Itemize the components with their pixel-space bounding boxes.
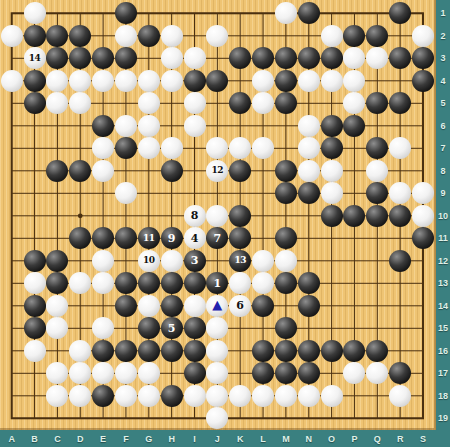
black-stone	[229, 205, 251, 227]
row-label-11: 11	[438, 233, 448, 243]
white-stone	[184, 385, 206, 407]
white-stone	[161, 250, 183, 272]
black-stone	[161, 160, 183, 182]
white-stone	[138, 92, 160, 114]
black-stone	[24, 295, 46, 317]
white-stone	[161, 25, 183, 47]
row-label-16: 16	[438, 346, 448, 356]
white-stone	[184, 295, 206, 317]
black-stone	[412, 70, 434, 92]
white-stone	[298, 137, 320, 159]
move-number-label: 4	[191, 233, 199, 244]
move-number-label: 13	[234, 256, 246, 265]
black-stone: 3	[184, 250, 206, 272]
black-stone	[321, 205, 343, 227]
white-stone	[24, 2, 46, 24]
white-stone	[1, 70, 23, 92]
black-stone	[389, 250, 411, 272]
black-stone	[298, 272, 320, 294]
white-stone	[252, 70, 274, 92]
column-label-G: G	[145, 434, 152, 444]
black-stone	[275, 70, 297, 92]
black-stone	[92, 385, 114, 407]
white-stone: ▲	[206, 295, 228, 317]
column-label-S: S	[420, 434, 426, 444]
white-stone	[321, 70, 343, 92]
row-label-6: 6	[440, 121, 445, 131]
row-label-8: 8	[440, 166, 445, 176]
white-stone	[321, 25, 343, 47]
black-stone: 11	[138, 227, 160, 249]
black-stone	[138, 317, 160, 339]
white-stone	[206, 25, 228, 47]
column-label-K: K	[237, 434, 244, 444]
black-stone	[298, 47, 320, 69]
black-stone	[161, 272, 183, 294]
white-stone	[366, 160, 388, 182]
black-stone	[138, 340, 160, 362]
black-stone	[184, 362, 206, 384]
white-stone	[161, 47, 183, 69]
row-label-1: 1	[440, 8, 445, 18]
white-stone	[275, 250, 297, 272]
move-number-label: 1	[214, 278, 222, 289]
move-number-label: 11	[143, 234, 155, 243]
black-stone	[275, 160, 297, 182]
black-stone	[229, 160, 251, 182]
black-stone	[92, 340, 114, 362]
move-number-label: 6	[236, 300, 244, 311]
move-number-label: 3	[191, 255, 199, 266]
black-stone	[298, 2, 320, 24]
row-label-13: 13	[438, 278, 448, 288]
column-label-Q: Q	[374, 434, 381, 444]
black-stone	[138, 272, 160, 294]
white-stone	[24, 272, 46, 294]
white-stone	[115, 25, 137, 47]
row-label-14: 14	[438, 301, 448, 311]
white-stone	[115, 115, 137, 137]
black-stone	[389, 205, 411, 227]
column-label-A: A	[8, 434, 15, 444]
column-coordinate-strip: ABCDEFGHIJKLMNOPQRS	[0, 430, 450, 447]
move-number-label: 10	[143, 256, 155, 265]
white-stone	[1, 25, 23, 47]
row-label-19: 19	[438, 413, 448, 423]
white-stone	[92, 70, 114, 92]
column-label-N: N	[306, 434, 313, 444]
move-number-label: 8	[191, 210, 199, 221]
black-stone	[298, 362, 320, 384]
black-stone	[184, 317, 206, 339]
white-stone	[138, 362, 160, 384]
white-stone	[69, 385, 91, 407]
white-stone	[138, 295, 160, 317]
black-stone	[366, 340, 388, 362]
go-board[interactable]: 1412811947103131▲65	[0, 0, 436, 430]
white-stone	[252, 250, 274, 272]
white-stone: 14	[24, 47, 46, 69]
row-label-5: 5	[440, 98, 445, 108]
white-stone	[184, 115, 206, 137]
black-stone	[69, 160, 91, 182]
black-stone	[161, 385, 183, 407]
move-number-label: 7	[214, 233, 222, 244]
black-stone	[24, 70, 46, 92]
column-label-F: F	[123, 434, 129, 444]
black-stone	[161, 340, 183, 362]
white-stone	[92, 250, 114, 272]
white-stone	[206, 385, 228, 407]
white-stone: 8	[184, 205, 206, 227]
column-label-J: J	[215, 434, 220, 444]
star-point	[78, 213, 83, 218]
black-stone	[366, 205, 388, 227]
black-stone	[24, 92, 46, 114]
row-label-17: 17	[438, 368, 448, 378]
row-label-12: 12	[438, 256, 448, 266]
row-label-18: 18	[438, 391, 448, 401]
row-label-10: 10	[438, 211, 448, 221]
white-stone	[206, 205, 228, 227]
move-number-label: 5	[168, 323, 176, 334]
row-label-15: 15	[438, 323, 448, 333]
triangle-marker: ▲	[212, 298, 222, 311]
black-stone	[321, 115, 343, 137]
white-stone: 6	[229, 295, 251, 317]
black-stone	[321, 340, 343, 362]
black-stone	[252, 295, 274, 317]
white-stone	[412, 25, 434, 47]
black-stone	[69, 25, 91, 47]
black-stone	[92, 115, 114, 137]
white-stone	[298, 385, 320, 407]
column-label-H: H	[168, 434, 175, 444]
white-stone	[138, 115, 160, 137]
row-label-7: 7	[440, 143, 445, 153]
column-label-M: M	[282, 434, 290, 444]
row-label-2: 2	[440, 31, 445, 41]
white-stone	[275, 385, 297, 407]
white-stone	[161, 70, 183, 92]
column-label-R: R	[397, 434, 404, 444]
white-stone	[298, 70, 320, 92]
white-stone	[389, 385, 411, 407]
black-stone	[275, 340, 297, 362]
move-number-label: 14	[29, 54, 41, 63]
black-stone	[298, 295, 320, 317]
white-stone	[161, 137, 183, 159]
black-stone	[184, 340, 206, 362]
black-stone	[161, 295, 183, 317]
black-stone	[206, 70, 228, 92]
black-stone	[115, 340, 137, 362]
move-number-label: 12	[212, 166, 224, 175]
go-game-screenshot: 1412811947103131▲65 12345678910111213141…	[0, 0, 450, 447]
column-label-P: P	[351, 434, 357, 444]
white-stone	[24, 340, 46, 362]
black-stone: 9	[161, 227, 183, 249]
black-stone	[321, 137, 343, 159]
white-stone	[298, 160, 320, 182]
move-number-label: 9	[168, 233, 176, 244]
white-stone	[69, 70, 91, 92]
black-stone	[24, 25, 46, 47]
white-stone	[184, 47, 206, 69]
white-stone	[138, 385, 160, 407]
column-label-E: E	[100, 434, 106, 444]
black-stone	[184, 272, 206, 294]
white-stone	[115, 70, 137, 92]
white-stone	[138, 70, 160, 92]
column-label-O: O	[328, 434, 335, 444]
white-stone	[412, 205, 434, 227]
white-stone	[115, 385, 137, 407]
black-stone: 5	[161, 317, 183, 339]
white-stone	[298, 115, 320, 137]
white-stone: 12	[206, 160, 228, 182]
white-stone: 10	[138, 250, 160, 272]
black-stone	[321, 47, 343, 69]
black-stone	[366, 25, 388, 47]
white-stone	[321, 182, 343, 204]
black-stone	[252, 340, 274, 362]
black-stone	[298, 340, 320, 362]
black-stone	[115, 295, 137, 317]
white-stone	[184, 92, 206, 114]
black-stone	[24, 317, 46, 339]
row-label-4: 4	[440, 76, 445, 86]
column-label-I: I	[193, 434, 196, 444]
white-stone	[252, 385, 274, 407]
white-stone: 4	[184, 227, 206, 249]
black-stone	[184, 70, 206, 92]
black-stone	[298, 182, 320, 204]
row-label-3: 3	[440, 53, 445, 63]
white-stone	[92, 160, 114, 182]
white-stone	[69, 340, 91, 362]
white-stone	[321, 160, 343, 182]
white-stone	[229, 385, 251, 407]
column-label-B: B	[31, 434, 38, 444]
black-stone: 13	[229, 250, 251, 272]
white-stone	[206, 340, 228, 362]
column-label-C: C	[54, 434, 61, 444]
row-coordinate-strip: 12345678910111213141516171819	[436, 0, 450, 430]
column-label-L: L	[260, 434, 266, 444]
white-stone	[138, 137, 160, 159]
black-stone	[138, 25, 160, 47]
column-label-D: D	[77, 434, 84, 444]
black-stone	[24, 250, 46, 272]
white-stone	[321, 385, 343, 407]
row-label-9: 9	[440, 188, 445, 198]
